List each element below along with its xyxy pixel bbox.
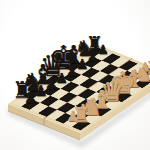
chess-set-photo: ♜♞♝♛♚♝♞♜♟♟♟♟♟♟♟♟♟♟♟♟♟♟♟♟♜♞♝♛♚♝♞♜ — [0, 0, 150, 150]
